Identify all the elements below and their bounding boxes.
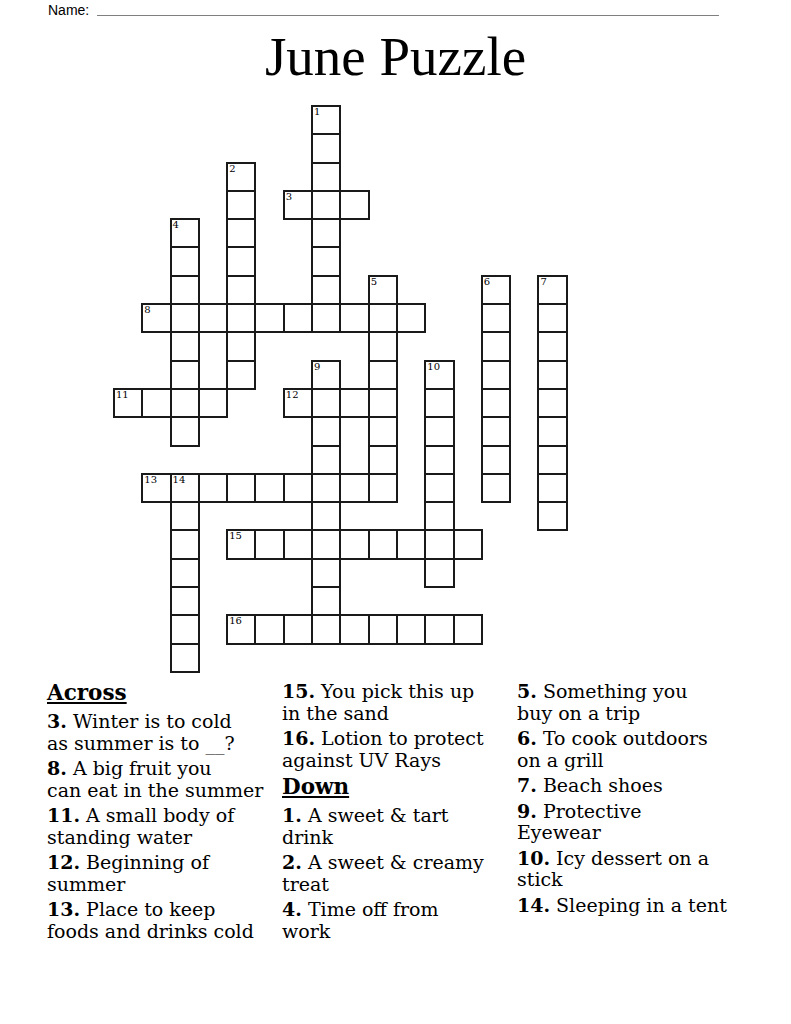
grid-cell-r9c9[interactable] [369, 361, 397, 389]
grid-cell-r16c7[interactable] [312, 559, 340, 587]
clue-down-10: 10. Icy dessert on a stick [517, 848, 755, 891]
cell-number-16: 16 [229, 616, 242, 626]
cell-number-8: 8 [144, 305, 150, 315]
grid-cell-r8c13[interactable] [482, 332, 510, 360]
clue-text: A sweet & creamy treat [282, 851, 484, 895]
grid-cell-r7c8[interactable] [340, 304, 368, 332]
clue-text: Winter is to cold as summer is to __? [47, 710, 235, 754]
grid-cell-r12c15[interactable] [538, 446, 566, 474]
grid-cell-r6c15[interactable]: 7 [538, 276, 566, 304]
grid-cell-r13c13[interactable] [482, 474, 510, 502]
cell-number-13: 13 [144, 475, 157, 485]
grid-cell-r8c4[interactable] [227, 332, 255, 360]
grid-cell-r18c12[interactable] [454, 615, 482, 643]
clue-down-5: 5. Something you buy on a trip [517, 681, 755, 724]
grid-cell-r7c10[interactable] [397, 304, 425, 332]
grid-cell-r15c5[interactable] [255, 530, 283, 558]
grid-cell-r17c2[interactable] [171, 587, 199, 615]
grid-cell-r12c13[interactable] [482, 446, 510, 474]
grid-cell-r3c7[interactable] [312, 191, 340, 219]
grid-cell-r10c6[interactable]: 12 [284, 389, 312, 417]
grid-cell-r7c3[interactable] [199, 304, 227, 332]
page-title: June Puzzle [0, 27, 791, 88]
grid-cell-r15c9[interactable] [369, 530, 397, 558]
grid-cell-r13c6[interactable] [284, 474, 312, 502]
clue-text: Sleeping in a tent [550, 894, 727, 916]
clue-across-12: 12. Beginning of summer [47, 852, 285, 895]
name-label: Name: [48, 2, 89, 18]
grid-cell-r0c7[interactable]: 1 [312, 106, 340, 134]
cell-number-5: 5 [371, 277, 377, 287]
clue-text: Time off from work [282, 898, 438, 942]
grid-cell-r7c4[interactable] [227, 304, 255, 332]
clue-across-3: 3. Winter is to cold as summer is to __? [47, 711, 285, 754]
grid-cell-r9c2[interactable] [171, 361, 199, 389]
grid-cell-r13c2[interactable]: 14 [171, 474, 199, 502]
grid-cell-r6c7[interactable] [312, 276, 340, 304]
cell-number-10: 10 [427, 362, 440, 372]
clue-number: 8. [47, 757, 67, 779]
clue-down-4: 4. Time off from work [282, 899, 520, 942]
grid-cell-r10c15[interactable] [538, 389, 566, 417]
across-heading: Across [47, 681, 285, 705]
grid-cell-r11c7[interactable] [312, 417, 340, 445]
down-heading: Down [282, 775, 520, 799]
cell-number-12: 12 [286, 390, 299, 400]
clue-number: 14. [517, 894, 550, 916]
clue-across-15: 15. You pick this up in the sand [282, 681, 520, 724]
grid-cell-r5c4[interactable] [227, 247, 255, 275]
grid-cell-r15c4[interactable]: 15 [227, 530, 255, 558]
clue-column-3: 5. Something you buy on a trip6. To cook… [517, 681, 755, 920]
grid-cell-r3c4[interactable] [227, 191, 255, 219]
grid-cell-r8c15[interactable] [538, 332, 566, 360]
grid-cell-r7c7[interactable] [312, 304, 340, 332]
grid-cell-r13c1[interactable]: 13 [142, 474, 170, 502]
grid-cell-r4c4[interactable] [227, 219, 255, 247]
clue-number: 11. [47, 804, 80, 826]
clue-text: A big fruit you can eat in the summer [47, 757, 263, 801]
clue-number: 6. [517, 727, 537, 749]
grid-cell-r13c4[interactable] [227, 474, 255, 502]
cell-number-11: 11 [116, 390, 129, 400]
grid-cell-r14c15[interactable] [538, 502, 566, 530]
grid-cell-r13c7[interactable] [312, 474, 340, 502]
grid-cell-r10c7[interactable] [312, 389, 340, 417]
grid-cell-r11c2[interactable] [171, 417, 199, 445]
grid-cell-r15c12[interactable] [454, 530, 482, 558]
grid-cell-r7c2[interactable] [171, 304, 199, 332]
grid-cell-r6c2[interactable] [171, 276, 199, 304]
clue-number: 7. [517, 774, 537, 796]
clue-text: Beach shoes [537, 774, 663, 796]
grid-cell-r13c9[interactable] [369, 474, 397, 502]
clue-number: 1. [282, 804, 302, 826]
grid-cell-r11c9[interactable] [369, 417, 397, 445]
cell-number-15: 15 [229, 531, 242, 541]
grid-cell-r18c11[interactable] [425, 615, 453, 643]
clue-across-8: 8. A big fruit you can eat in the summer [47, 758, 285, 801]
cell-number-6: 6 [484, 277, 490, 287]
cell-number-3: 3 [286, 192, 292, 202]
grid-cell-r3c6[interactable]: 3 [284, 191, 312, 219]
grid-cell-r6c13[interactable]: 6 [482, 276, 510, 304]
grid-cell-r18c2[interactable] [171, 615, 199, 643]
grid-cell-r19c2[interactable] [171, 644, 199, 672]
grid-cell-r7c13[interactable] [482, 304, 510, 332]
name-input-line[interactable] [97, 15, 719, 16]
clue-across-16: 16. Lotion to protect against UV Rays [282, 728, 520, 771]
grid-cell-r3c8[interactable] [340, 191, 368, 219]
grid-cell-r18c7[interactable] [312, 615, 340, 643]
grid-cell-r10c13[interactable] [482, 389, 510, 417]
clue-text: Something you buy on a trip [517, 680, 687, 724]
grid-cell-r15c10[interactable] [397, 530, 425, 558]
grid-cell-r12c7[interactable] [312, 446, 340, 474]
grid-cell-r7c1[interactable]: 8 [142, 304, 170, 332]
grid-cell-r7c5[interactable] [255, 304, 283, 332]
grid-cell-r9c7[interactable]: 9 [312, 361, 340, 389]
clue-text: A sweet & tart drink [282, 804, 448, 848]
grid-cell-r2c4[interactable]: 2 [227, 163, 255, 191]
grid-cell-r15c2[interactable] [171, 530, 199, 558]
clue-number: 5. [517, 680, 537, 702]
cell-number-14: 14 [173, 475, 186, 485]
grid-cell-r15c8[interactable] [340, 530, 368, 558]
grid-cell-r2c7[interactable] [312, 163, 340, 191]
grid-cell-r9c4[interactable] [227, 361, 255, 389]
crossword-grid: 12345678910111213141516 [114, 106, 567, 672]
clue-number: 3. [47, 710, 67, 732]
grid-cell-r12c11[interactable] [425, 446, 453, 474]
grid-cell-r7c15[interactable] [538, 304, 566, 332]
cell-number-1: 1 [314, 107, 320, 117]
grid-cell-r8c9[interactable] [369, 332, 397, 360]
clue-text: To cook outdoors on a grill [517, 727, 708, 771]
grid-cell-r7c6[interactable] [284, 304, 312, 332]
grid-cell-r4c7[interactable] [312, 219, 340, 247]
grid-cell-r10c11[interactable] [425, 389, 453, 417]
clue-number: 4. [282, 898, 302, 920]
grid-cell-r15c6[interactable] [284, 530, 312, 558]
grid-cell-r13c8[interactable] [340, 474, 368, 502]
grid-cell-r7c9[interactable] [369, 304, 397, 332]
grid-cell-r9c15[interactable] [538, 361, 566, 389]
clue-down-14: 14. Sleeping in a tent [517, 895, 755, 917]
clue-number: 10. [517, 847, 550, 869]
grid-cell-r15c11[interactable] [425, 530, 453, 558]
grid-cell-r9c11[interactable]: 10 [425, 361, 453, 389]
clue-number: 2. [282, 851, 302, 873]
grid-cell-r8c2[interactable] [171, 332, 199, 360]
grid-cell-r12c9[interactable] [369, 446, 397, 474]
clue-across-13: 13. Place to keep foods and drinks cold [47, 899, 285, 942]
grid-cell-r16c2[interactable] [171, 559, 199, 587]
worksheet-page: Name: June Puzzle 1234567891011121314151… [0, 0, 791, 1024]
grid-cell-r11c13[interactable] [482, 417, 510, 445]
grid-cell-r5c2[interactable] [171, 247, 199, 275]
grid-cell-r17c7[interactable] [312, 587, 340, 615]
clue-down-6: 6. To cook outdoors on a grill [517, 728, 755, 771]
grid-cell-r11c15[interactable] [538, 417, 566, 445]
clue-number: 9. [517, 800, 537, 822]
grid-cell-r14c2[interactable] [171, 502, 199, 530]
cell-number-4: 4 [173, 220, 179, 230]
grid-cell-r1c7[interactable] [312, 134, 340, 162]
grid-cell-r13c3[interactable] [199, 474, 227, 502]
grid-cell-r18c5[interactable] [255, 615, 283, 643]
grid-cell-r18c4[interactable]: 16 [227, 615, 255, 643]
grid-cell-r18c10[interactable] [397, 615, 425, 643]
grid-cell-r10c1[interactable] [142, 389, 170, 417]
grid-cell-r13c11[interactable] [425, 474, 453, 502]
grid-cell-r10c2[interactable] [171, 389, 199, 417]
grid-cell-r11c11[interactable] [425, 417, 453, 445]
grid-cell-r6c4[interactable] [227, 276, 255, 304]
clue-down-9: 9. Protective Eyewear [517, 801, 755, 844]
grid-cell-r6c9[interactable]: 5 [369, 276, 397, 304]
grid-cell-r18c8[interactable] [340, 615, 368, 643]
grid-cell-r15c7[interactable] [312, 530, 340, 558]
clue-number: 13. [47, 898, 80, 920]
cell-number-2: 2 [229, 164, 235, 174]
clue-across-11: 11. A small body of standing water [47, 805, 285, 848]
grid-cell-r4c2[interactable]: 4 [171, 219, 199, 247]
grid-cell-r9c13[interactable] [482, 361, 510, 389]
clue-down-1: 1. A sweet & tart drink [282, 805, 520, 848]
clue-column-1: Across3. Winter is to cold as summer is … [47, 681, 285, 946]
grid-cell-r10c0[interactable]: 11 [114, 389, 142, 417]
grid-cell-r18c6[interactable] [284, 615, 312, 643]
grid-cell-r13c5[interactable] [255, 474, 283, 502]
grid-cell-r13c15[interactable] [538, 474, 566, 502]
cell-number-7: 7 [540, 277, 546, 287]
clue-number: 16. [282, 727, 315, 749]
clue-number: 15. [282, 680, 315, 702]
grid-cell-r16c11[interactable] [425, 559, 453, 587]
grid-cell-r14c7[interactable] [312, 502, 340, 530]
grid-cell-r5c7[interactable] [312, 247, 340, 275]
grid-cell-r10c8[interactable] [340, 389, 368, 417]
clue-down-2: 2. A sweet & creamy treat [282, 852, 520, 895]
grid-cell-r10c9[interactable] [369, 389, 397, 417]
grid-cell-r14c11[interactable] [425, 502, 453, 530]
cell-number-9: 9 [314, 362, 320, 372]
grid-cell-r10c3[interactable] [199, 389, 227, 417]
clue-number: 12. [47, 851, 80, 873]
clue-column-2: 15. You pick this up in the sand16. Loti… [282, 681, 520, 946]
grid-cell-r18c9[interactable] [369, 615, 397, 643]
clue-down-7: 7. Beach shoes [517, 775, 755, 797]
